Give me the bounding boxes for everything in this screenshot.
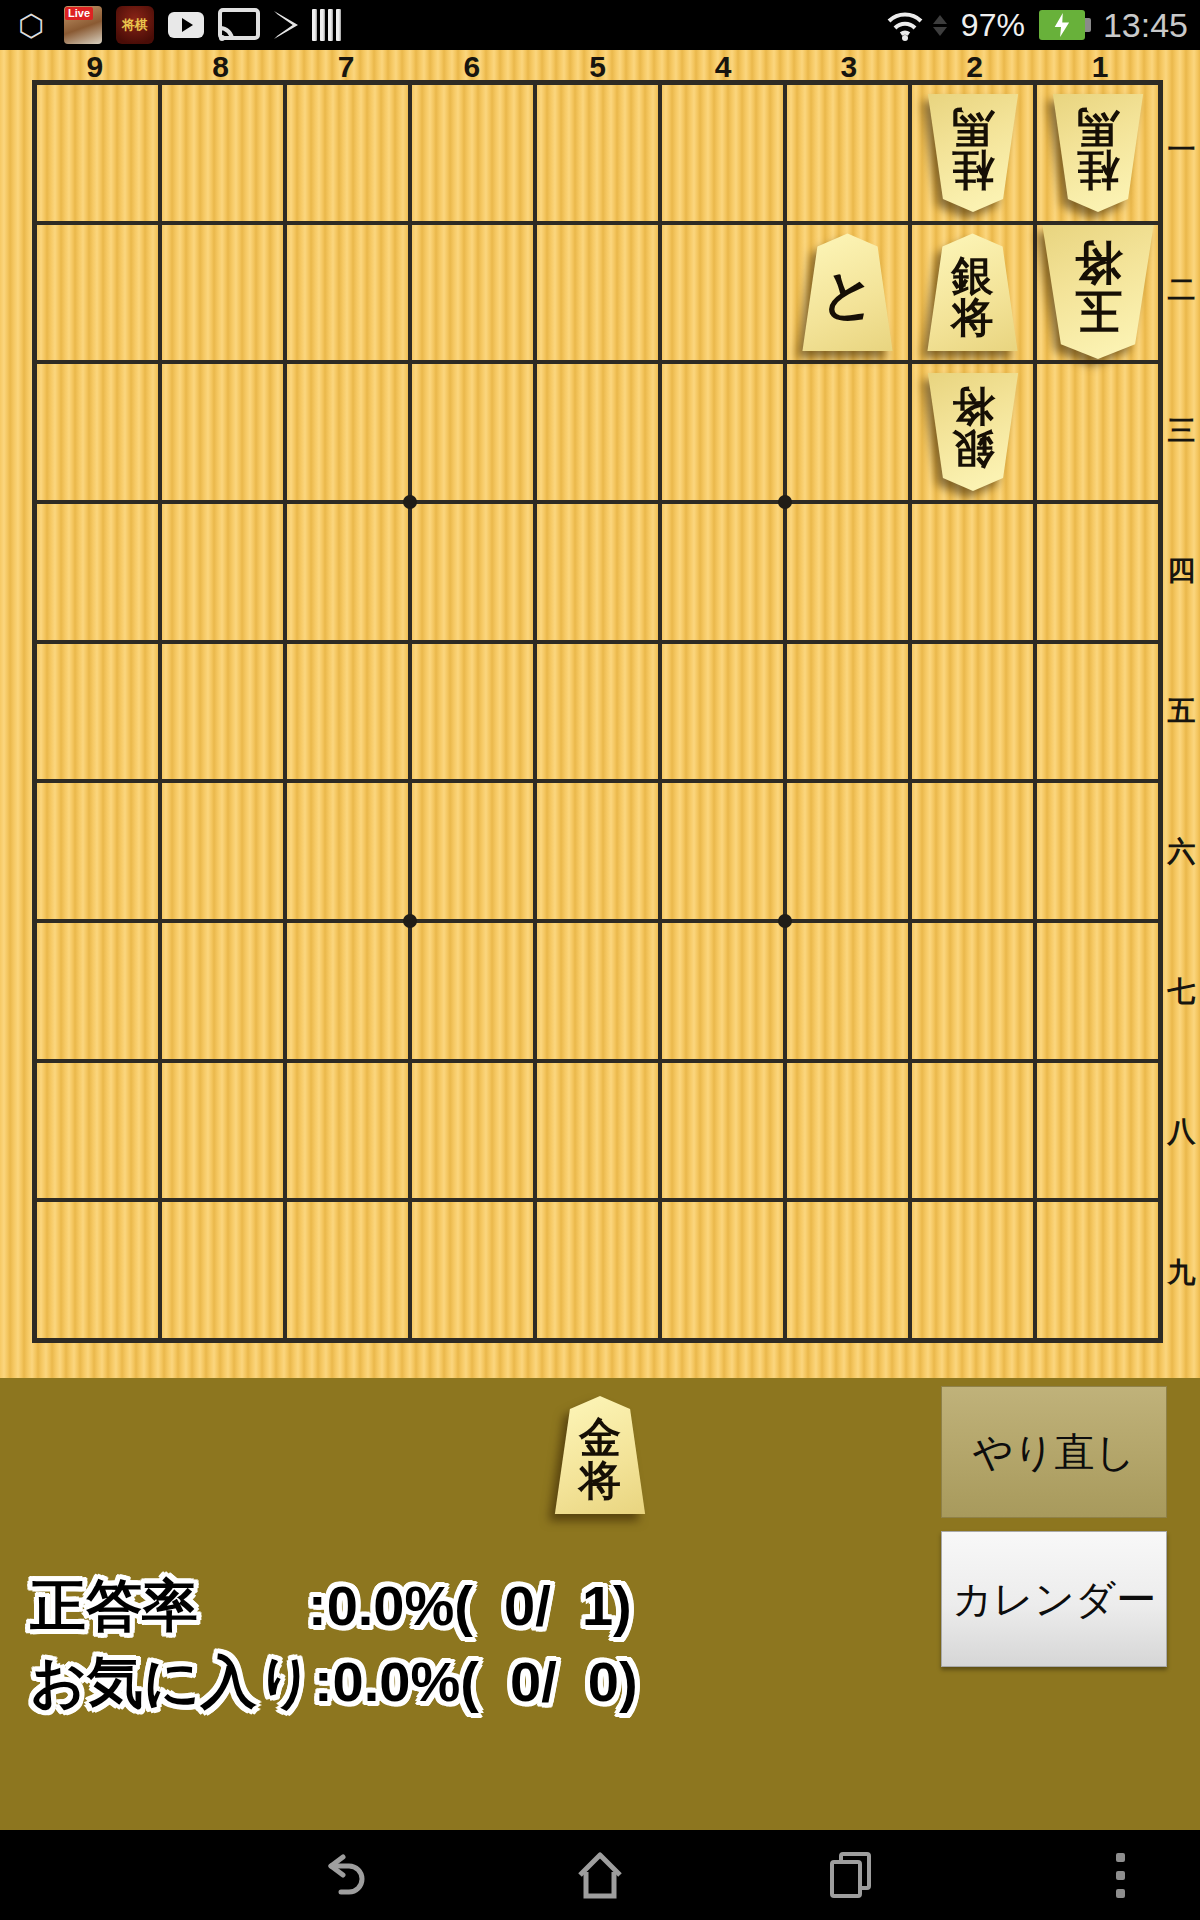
koma-kanji: と (821, 263, 875, 322)
square-1-8[interactable] (1037, 1063, 1158, 1199)
bars-icon (312, 9, 341, 41)
square-6-9[interactable] (412, 1202, 533, 1338)
column-label: 6 (409, 50, 535, 84)
column-label: 9 (32, 50, 158, 84)
koma-knight-gote[interactable]: 桂馬 (1051, 94, 1145, 212)
square-3-6[interactable] (787, 783, 908, 919)
square-4-3[interactable] (662, 364, 783, 500)
square-8-1[interactable] (162, 85, 283, 221)
cast-icon (218, 8, 260, 42)
square-4-8[interactable] (662, 1063, 783, 1199)
square-6-7[interactable] (412, 923, 533, 1059)
koma-kanji: 桂馬 (952, 105, 994, 201)
row-label: 二 (1163, 220, 1200, 360)
back-icon[interactable] (302, 1830, 392, 1920)
square-8-8[interactable] (162, 1063, 283, 1199)
square-9-9[interactable] (37, 1202, 158, 1338)
square-3-7[interactable] (787, 923, 908, 1059)
screen: ⬡ Live 将棋 (0, 0, 1200, 1920)
square-4-4[interactable] (662, 504, 783, 640)
home-icon[interactable] (555, 1830, 645, 1920)
koma-silver-gote[interactable]: 銀将 (926, 373, 1020, 491)
square-7-7[interactable] (287, 923, 408, 1059)
square-1-3[interactable] (1037, 364, 1158, 500)
square-9-5[interactable] (37, 644, 158, 780)
koma-silver-sente[interactable]: 銀将 (926, 233, 1020, 351)
square-6-2[interactable] (412, 225, 533, 361)
shogi-wars-app-icon: 将棋 (116, 6, 154, 44)
dice-hexagon-icon: ⬡ (12, 6, 50, 44)
koma-kanji: 銀将 (952, 245, 994, 341)
battery-percent: 97% (961, 7, 1025, 44)
square-1-6[interactable] (1037, 783, 1158, 919)
calendar-button[interactable]: カレンダー (941, 1531, 1167, 1667)
recents-icon[interactable] (806, 1830, 896, 1920)
square-6-8[interactable] (412, 1063, 533, 1199)
square-5-2[interactable] (537, 225, 658, 361)
battery-charging-icon (1039, 10, 1085, 40)
row-label: 七 (1163, 922, 1200, 1062)
square-1-4[interactable] (1037, 504, 1158, 640)
status-system-icons: 97% 13:45 (885, 6, 1188, 45)
hand-piece-label: 金将 (579, 1407, 621, 1503)
square-5-5[interactable] (537, 644, 658, 780)
square-1-7[interactable] (1037, 923, 1158, 1059)
square-2-9[interactable] (912, 1202, 1033, 1338)
column-label: 3 (786, 50, 912, 84)
square-7-4[interactable] (287, 504, 408, 640)
square-2-6[interactable] (912, 783, 1033, 919)
favorite-rate-value: :0.0%( 0/ 0) (314, 1644, 638, 1720)
square-9-3[interactable] (37, 364, 158, 500)
square-8-7[interactable] (162, 923, 283, 1059)
square-1-2[interactable]: 玉将 (1037, 225, 1158, 361)
star-point (403, 495, 417, 509)
koma-king-gote[interactable]: 玉将 (1040, 225, 1156, 359)
bottom-panel: 金将 やり直し カレンダー 正答率:0.0%( 0/ 1) お気に入り:0.0%… (0, 1378, 1200, 1830)
redo-button[interactable]: やり直し (941, 1386, 1167, 1518)
star-point (403, 914, 417, 928)
status-bar: ⬡ Live 将棋 (0, 0, 1200, 50)
column-label: 4 (660, 50, 786, 84)
square-1-9[interactable] (1037, 1202, 1158, 1338)
square-3-1[interactable] (787, 85, 908, 221)
square-7-9[interactable] (287, 1202, 408, 1338)
youtube-icon (168, 12, 204, 38)
square-7-6[interactable] (287, 783, 408, 919)
square-5-7[interactable] (537, 923, 658, 1059)
square-3-3[interactable] (787, 364, 908, 500)
play-store-icon (274, 11, 298, 39)
correct-rate-label: 正答率 (30, 1568, 308, 1644)
clock: 13:45 (1103, 6, 1188, 45)
shogi-board: 桂馬桂馬と銀将玉将銀将 (32, 80, 1163, 1343)
square-2-1[interactable]: 桂馬 (912, 85, 1033, 221)
square-9-7[interactable] (37, 923, 158, 1059)
square-5-4[interactable] (537, 504, 658, 640)
row-label: 九 (1163, 1203, 1200, 1343)
status-notification-icons: ⬡ Live 将棋 (12, 6, 341, 44)
square-9-1[interactable] (37, 85, 158, 221)
koma-kanji: 桂馬 (1077, 105, 1119, 201)
correct-rate-row: 正答率:0.0%( 0/ 1) (30, 1568, 638, 1644)
square-3-9[interactable] (787, 1202, 908, 1338)
square-8-5[interactable] (162, 644, 283, 780)
square-9-6[interactable] (37, 783, 158, 919)
koma-kanji: 銀将 (952, 384, 994, 480)
square-3-4[interactable] (787, 504, 908, 640)
square-8-3[interactable] (162, 364, 283, 500)
square-8-6[interactable] (162, 783, 283, 919)
square-7-2[interactable] (287, 225, 408, 361)
star-point (778, 495, 792, 509)
column-label: 7 (283, 50, 409, 84)
menu-dots-icon[interactable] (1075, 1830, 1165, 1920)
favorite-rate-row: お気に入り:0.0%( 0/ 0) (30, 1644, 638, 1720)
star-point (778, 914, 792, 928)
square-3-2[interactable]: と (787, 225, 908, 361)
stats-block: 正答率:0.0%( 0/ 1) お気に入り:0.0%( 0/ 0) (30, 1568, 638, 1719)
wifi-icon (885, 9, 925, 41)
square-4-2[interactable] (662, 225, 783, 361)
square-2-2[interactable]: 銀将 (912, 225, 1033, 361)
row-label: 一 (1163, 80, 1200, 220)
row-label: 四 (1163, 501, 1200, 641)
charging-bolt-icon (1053, 13, 1071, 37)
koma-tokin-sente[interactable]: と (801, 233, 895, 351)
square-7-5[interactable] (287, 644, 408, 780)
square-3-8[interactable] (787, 1063, 908, 1199)
square-4-1[interactable] (662, 85, 783, 221)
square-6-4[interactable] (412, 504, 533, 640)
column-label: 1 (1037, 50, 1163, 84)
square-9-2[interactable] (37, 225, 158, 361)
column-label: 2 (912, 50, 1038, 84)
square-2-3[interactable]: 銀将 (912, 364, 1033, 500)
square-5-8[interactable] (537, 1063, 658, 1199)
calendar-button-label: カレンダー (952, 1572, 1156, 1627)
square-1-5[interactable] (1037, 644, 1158, 780)
column-labels: 987654321 (32, 50, 1163, 80)
square-5-6[interactable] (537, 783, 658, 919)
square-5-9[interactable] (537, 1202, 658, 1338)
square-2-4[interactable] (912, 504, 1033, 640)
square-6-3[interactable] (412, 364, 533, 500)
board-area: 987654321 一二三四五六七八九 桂馬桂馬と銀将玉将銀将 (0, 50, 1200, 1378)
square-3-5[interactable] (787, 644, 908, 780)
hand-piece-gold[interactable]: 金将 (553, 1396, 647, 1514)
square-5-3[interactable] (537, 364, 658, 500)
square-2-8[interactable] (912, 1063, 1033, 1199)
row-label: 六 (1163, 782, 1200, 922)
data-arrows-icon (933, 15, 947, 36)
navigation-bar (0, 1830, 1200, 1920)
square-8-9[interactable] (162, 1202, 283, 1338)
square-9-4[interactable] (37, 504, 158, 640)
correct-rate-value: :0.0%( 0/ 1) (308, 1568, 632, 1644)
youtube-play-triangle (182, 18, 193, 32)
square-7-1[interactable] (287, 85, 408, 221)
square-5-1[interactable] (537, 85, 658, 221)
redo-button-label: やり直し (973, 1425, 1136, 1480)
koma-knight-gote[interactable]: 桂馬 (926, 94, 1020, 212)
square-1-1[interactable]: 桂馬 (1037, 85, 1158, 221)
square-7-8[interactable] (287, 1063, 408, 1199)
square-9-8[interactable] (37, 1063, 158, 1199)
square-4-5[interactable] (662, 644, 783, 780)
square-8-4[interactable] (162, 504, 283, 640)
column-label: 8 (158, 50, 284, 84)
square-6-1[interactable] (412, 85, 533, 221)
row-label: 三 (1163, 361, 1200, 501)
favorite-rate-label: お気に入り (30, 1644, 314, 1720)
square-4-9[interactable] (662, 1202, 783, 1338)
live-stream-thumbnail: Live (64, 6, 102, 44)
square-2-7[interactable] (912, 923, 1033, 1059)
square-6-5[interactable] (412, 644, 533, 780)
square-4-7[interactable] (662, 923, 783, 1059)
square-8-2[interactable] (162, 225, 283, 361)
row-label: 五 (1163, 641, 1200, 781)
row-labels: 一二三四五六七八九 (1163, 80, 1200, 1343)
column-label: 5 (535, 50, 661, 84)
live-badge: Live (65, 7, 93, 20)
square-7-3[interactable] (287, 364, 408, 500)
koma-kanji: 玉将 (1074, 240, 1121, 346)
square-4-6[interactable] (662, 783, 783, 919)
row-label: 八 (1163, 1062, 1200, 1202)
square-2-5[interactable] (912, 644, 1033, 780)
square-6-6[interactable] (412, 783, 533, 919)
